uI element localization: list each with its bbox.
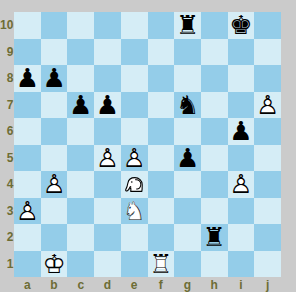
square-f3[interactable]: [148, 198, 175, 225]
square-h5[interactable]: [201, 145, 228, 172]
white-rook-piece[interactable]: ♜♖: [149, 251, 172, 277]
square-i2[interactable]: [228, 224, 255, 251]
square-f10[interactable]: [148, 12, 175, 39]
file-label-b: b: [41, 277, 68, 292]
square-h9[interactable]: [201, 39, 228, 66]
square-g5[interactable]: ♟: [174, 145, 201, 172]
file-label-c: c: [67, 277, 94, 292]
white-elephant-piece[interactable]: [122, 172, 146, 196]
square-j7[interactable]: ♟♙: [254, 92, 281, 119]
square-e1[interactable]: [121, 251, 148, 278]
square-h7[interactable]: [201, 92, 228, 119]
file-label-a: a: [14, 277, 41, 292]
square-c5[interactable]: [67, 145, 94, 172]
square-i4[interactable]: ♟♙: [228, 171, 255, 198]
black-pawn-glyph: ♟: [96, 92, 119, 118]
file-label-f: f: [148, 277, 175, 292]
square-c10[interactable]: [67, 12, 94, 39]
file-label-g: g: [174, 277, 201, 292]
square-h10[interactable]: [201, 12, 228, 39]
square-f7[interactable]: [148, 92, 175, 119]
square-c7[interactable]: ♟: [67, 92, 94, 119]
rank-label-2: 2: [0, 224, 14, 251]
white-pawn-piece[interactable]: ♟♙: [42, 171, 65, 197]
square-g7[interactable]: ♞: [174, 92, 201, 119]
square-d8[interactable]: [94, 65, 121, 92]
square-c6[interactable]: [67, 118, 94, 145]
square-f4[interactable]: [148, 171, 175, 198]
square-a7[interactable]: [14, 92, 41, 119]
black-pawn-piece[interactable]: ♟: [176, 145, 199, 171]
square-h6[interactable]: [201, 118, 228, 145]
square-c9[interactable]: [67, 39, 94, 66]
white-pawn-glyph: ♙: [42, 171, 65, 197]
black-pawn-piece[interactable]: ♟: [96, 92, 119, 118]
square-f1[interactable]: ♜♖: [148, 251, 175, 278]
square-h4[interactable]: [201, 171, 228, 198]
square-j1[interactable]: [254, 251, 281, 278]
square-f2[interactable]: [148, 224, 175, 251]
square-d6[interactable]: [94, 118, 121, 145]
square-i3[interactable]: [228, 198, 255, 225]
square-d1[interactable]: [94, 251, 121, 278]
square-a1[interactable]: [14, 251, 41, 278]
square-c1[interactable]: [67, 251, 94, 278]
black-pawn-piece[interactable]: ♟: [16, 65, 39, 91]
square-g6[interactable]: [174, 118, 201, 145]
file-label-j: j: [254, 277, 281, 292]
rank-label-5: 5: [0, 145, 14, 172]
black-pawn-glyph: ♟: [16, 65, 39, 91]
white-pawn-glyph: ♙: [16, 198, 39, 224]
square-d10[interactable]: [94, 12, 121, 39]
square-i8[interactable]: [228, 65, 255, 92]
square-f8[interactable]: [148, 65, 175, 92]
rank-labels: 10 9 8 7 6 5 4 3 2 1: [0, 12, 14, 277]
black-pawn-glyph: ♟: [229, 118, 252, 144]
white-king-piece[interactable]: ♚♔: [42, 251, 65, 277]
black-pawn-piece[interactable]: ♟: [69, 92, 92, 118]
black-knight-glyph: ♞: [176, 92, 199, 118]
black-pawn-piece[interactable]: ♟: [42, 65, 65, 91]
square-b5[interactable]: [41, 145, 68, 172]
black-rook-piece[interactable]: ♜: [203, 224, 226, 250]
square-f9[interactable]: [148, 39, 175, 66]
square-h3[interactable]: [201, 198, 228, 225]
white-pawn-glyph: ♙: [96, 145, 119, 171]
black-knight-piece[interactable]: ♞: [176, 92, 199, 118]
square-b4[interactable]: ♟♙: [41, 171, 68, 198]
file-label-d: d: [94, 277, 121, 292]
file-label-i: i: [228, 277, 255, 292]
rank-label-4: 4: [0, 171, 14, 198]
square-e10[interactable]: [121, 12, 148, 39]
square-b3[interactable]: [41, 198, 68, 225]
black-king-glyph: ♚: [229, 12, 252, 38]
square-c3[interactable]: [67, 198, 94, 225]
square-j2[interactable]: [254, 224, 281, 251]
square-j9[interactable]: [254, 39, 281, 66]
square-i6[interactable]: ♟: [228, 118, 255, 145]
black-rook-glyph: ♜: [176, 12, 199, 38]
black-rook-glyph: ♜: [203, 224, 226, 250]
square-f6[interactable]: [148, 118, 175, 145]
rank-label-8: 8: [0, 65, 14, 92]
white-pawn-glyph: ♙: [122, 145, 145, 171]
square-e5[interactable]: ♟♙: [121, 145, 148, 172]
square-a5[interactable]: [14, 145, 41, 172]
square-b9[interactable]: [41, 39, 68, 66]
square-c2[interactable]: [67, 224, 94, 251]
square-g10[interactable]: ♜: [174, 12, 201, 39]
square-d3[interactable]: [94, 198, 121, 225]
square-e7[interactable]: [121, 92, 148, 119]
file-labels: a b c d e f g h i j: [14, 277, 281, 292]
square-j6[interactable]: [254, 118, 281, 145]
white-king-glyph: ♔: [42, 251, 65, 277]
rank-label-7: 7: [0, 92, 14, 119]
square-e6[interactable]: [121, 118, 148, 145]
square-j3[interactable]: [254, 198, 281, 225]
square-i10[interactable]: ♚: [228, 12, 255, 39]
board: ♜♚♟♟♟♟♞♟♙♟♟♙♟♙♟♟♙♟♙♟♙♞♘♜♚♔♜♖: [14, 12, 281, 277]
black-pawn-glyph: ♟: [176, 145, 199, 171]
square-b1[interactable]: ♚♔: [41, 251, 68, 278]
square-h1[interactable]: [201, 251, 228, 278]
rank-label-1: 1: [0, 251, 14, 278]
rank-label-6: 6: [0, 118, 14, 145]
file-label-e: e: [121, 277, 148, 292]
black-rook-piece[interactable]: ♜: [176, 12, 199, 38]
rank-label-10: 10: [0, 12, 14, 39]
black-pawn-glyph: ♟: [42, 65, 65, 91]
square-a8[interactable]: ♟: [14, 65, 41, 92]
square-c4[interactable]: [67, 171, 94, 198]
square-e8[interactable]: [121, 65, 148, 92]
square-b7[interactable]: [41, 92, 68, 119]
white-knight-glyph: ♘: [122, 198, 145, 224]
white-knight-piece[interactable]: ♞♘: [122, 198, 145, 224]
square-f5[interactable]: [148, 145, 175, 172]
rank-label-9: 9: [0, 39, 14, 66]
square-j10[interactable]: [254, 12, 281, 39]
white-pawn-piece[interactable]: ♟♙: [229, 171, 252, 197]
square-a10[interactable]: [14, 12, 41, 39]
rank-label-3: 3: [0, 198, 14, 225]
square-b10[interactable]: [41, 12, 68, 39]
white-pawn-piece[interactable]: ♟♙: [256, 92, 279, 118]
square-b6[interactable]: [41, 118, 68, 145]
square-a2[interactable]: [14, 224, 41, 251]
square-i1[interactable]: [228, 251, 255, 278]
square-b8[interactable]: ♟: [41, 65, 68, 92]
white-pawn-piece[interactable]: ♟♙: [16, 198, 39, 224]
board-frame: 10 9 8 7 6 5 4 3 2 1 ♜♚♟♟♟♟♞♟♙♟♟♙♟♙♟♟♙♟♙…: [0, 0, 296, 292]
square-d7[interactable]: ♟: [94, 92, 121, 119]
square-d2[interactable]: [94, 224, 121, 251]
square-h2[interactable]: ♜: [201, 224, 228, 251]
square-j8[interactable]: [254, 65, 281, 92]
square-b2[interactable]: [41, 224, 68, 251]
square-j5[interactable]: [254, 145, 281, 172]
white-pawn-glyph: ♙: [229, 171, 252, 197]
black-king-piece[interactable]: ♚: [229, 12, 252, 38]
white-pawn-piece[interactable]: ♟♙: [96, 145, 119, 171]
square-a3[interactable]: ♟♙: [14, 198, 41, 225]
square-d4[interactable]: [94, 171, 121, 198]
square-d9[interactable]: [94, 39, 121, 66]
square-a6[interactable]: [14, 118, 41, 145]
square-h8[interactable]: [201, 65, 228, 92]
white-pawn-glyph: ♙: [256, 92, 279, 118]
square-i5[interactable]: [228, 145, 255, 172]
square-g8[interactable]: [174, 65, 201, 92]
square-g1[interactable]: [174, 251, 201, 278]
square-a4[interactable]: [14, 171, 41, 198]
square-a9[interactable]: [14, 39, 41, 66]
file-label-h: h: [201, 277, 228, 292]
square-e4[interactable]: [121, 171, 148, 198]
square-g4[interactable]: [174, 171, 201, 198]
square-g9[interactable]: [174, 39, 201, 66]
square-e2[interactable]: [121, 224, 148, 251]
square-g2[interactable]: [174, 224, 201, 251]
square-i9[interactable]: [228, 39, 255, 66]
black-pawn-glyph: ♟: [69, 92, 92, 118]
black-pawn-piece[interactable]: ♟: [229, 118, 252, 144]
square-g3[interactable]: [174, 198, 201, 225]
white-rook-glyph: ♖: [149, 251, 172, 277]
square-c8[interactable]: [67, 65, 94, 92]
white-pawn-piece[interactable]: ♟♙: [122, 145, 145, 171]
square-e3[interactable]: ♞♘: [121, 198, 148, 225]
square-d5[interactable]: ♟♙: [94, 145, 121, 172]
square-i7[interactable]: [228, 92, 255, 119]
square-e9[interactable]: [121, 39, 148, 66]
square-j4[interactable]: [254, 171, 281, 198]
